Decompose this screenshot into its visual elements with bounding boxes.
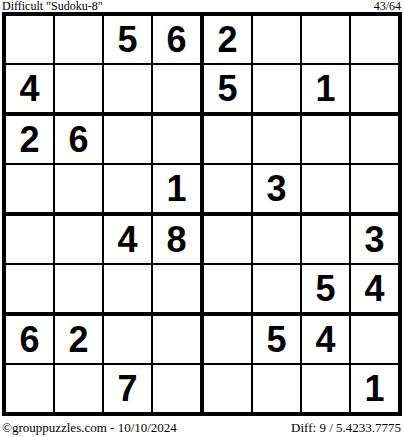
cell-r2c4[interactable]: [153, 65, 204, 116]
cell-r4c5[interactable]: [204, 165, 253, 216]
cell-r1c6[interactable]: [253, 16, 302, 65]
cell-r1c4: 6: [153, 16, 204, 65]
cell-r6c1[interactable]: [6, 265, 55, 316]
cell-r1c8[interactable]: [351, 16, 398, 65]
header: Difficult "Sudoku-8" 43/64: [0, 0, 403, 12]
cell-r1c3: 5: [104, 16, 153, 65]
cell-r6c2[interactable]: [55, 265, 104, 316]
cell-r6c7: 5: [302, 265, 351, 316]
footer: ©grouppuzzles.com - 10/10/2024 Diff: 9 /…: [0, 416, 403, 435]
cell-r2c1: 4: [6, 65, 55, 116]
cell-r2c7: 1: [302, 65, 351, 116]
cell-r5c5[interactable]: [204, 216, 253, 265]
cell-r3c5[interactable]: [204, 116, 253, 165]
cell-r8c4[interactable]: [153, 365, 204, 412]
cell-r7c3[interactable]: [104, 316, 153, 365]
cell-r2c8[interactable]: [351, 65, 398, 116]
cell-r7c4[interactable]: [153, 316, 204, 365]
cell-r4c7[interactable]: [302, 165, 351, 216]
cell-r3c2: 6: [55, 116, 104, 165]
copyright-text: ©grouppuzzles.com - 10/10/2024: [2, 420, 177, 435]
cell-r1c2[interactable]: [55, 16, 104, 65]
cell-r7c6: 5: [253, 316, 302, 365]
cell-r8c7[interactable]: [302, 365, 351, 412]
cell-r8c8: 1: [351, 365, 398, 412]
cell-r8c5[interactable]: [204, 365, 253, 412]
cell-r5c3: 4: [104, 216, 153, 265]
cell-r8c2[interactable]: [55, 365, 104, 412]
cell-r3c8[interactable]: [351, 116, 398, 165]
cell-r1c1[interactable]: [6, 16, 55, 65]
cell-r5c6[interactable]: [253, 216, 302, 265]
cell-r3c3[interactable]: [104, 116, 153, 165]
cell-r2c5: 5: [204, 65, 253, 116]
cell-r8c6[interactable]: [253, 365, 302, 412]
puzzle-title: Difficult "Sudoku-8": [2, 0, 103, 12]
cell-r3c4[interactable]: [153, 116, 204, 165]
cell-r2c2[interactable]: [55, 65, 104, 116]
cell-r4c4: 1: [153, 165, 204, 216]
difficulty-text: Diff: 9 / 5.4233.7775: [291, 420, 401, 435]
cell-r5c7[interactable]: [302, 216, 351, 265]
cell-r5c2[interactable]: [55, 216, 104, 265]
cell-r7c1: 6: [6, 316, 55, 365]
cell-r5c4: 8: [153, 216, 204, 265]
cell-r2c3[interactable]: [104, 65, 153, 116]
cell-r4c3[interactable]: [104, 165, 153, 216]
cell-r4c2[interactable]: [55, 165, 104, 216]
cell-r7c8[interactable]: [351, 316, 398, 365]
cell-r8c3: 7: [104, 365, 153, 412]
cell-r6c6[interactable]: [253, 265, 302, 316]
cell-r6c5[interactable]: [204, 265, 253, 316]
cell-r6c8: 4: [351, 265, 398, 316]
cell-r4c8[interactable]: [351, 165, 398, 216]
cell-r3c6[interactable]: [253, 116, 302, 165]
cell-r6c4[interactable]: [153, 265, 204, 316]
cell-r3c7[interactable]: [302, 116, 351, 165]
cell-r6c3[interactable]: [104, 265, 153, 316]
cell-r1c5: 2: [204, 16, 253, 65]
cell-r4c1[interactable]: [6, 165, 55, 216]
cell-r2c6[interactable]: [253, 65, 302, 116]
cell-r7c5[interactable]: [204, 316, 253, 365]
cell-r7c2: 2: [55, 316, 104, 365]
cell-r3c1: 2: [6, 116, 55, 165]
cell-r4c6: 3: [253, 165, 302, 216]
empty-cells-counter: 43/64: [374, 0, 401, 12]
sudoku-board: 562451261348354625471: [2, 12, 402, 416]
cell-r7c7: 4: [302, 316, 351, 365]
cell-r5c8: 3: [351, 216, 398, 265]
cell-r1c7[interactable]: [302, 16, 351, 65]
cell-r5c1[interactable]: [6, 216, 55, 265]
cell-r8c1[interactable]: [6, 365, 55, 412]
